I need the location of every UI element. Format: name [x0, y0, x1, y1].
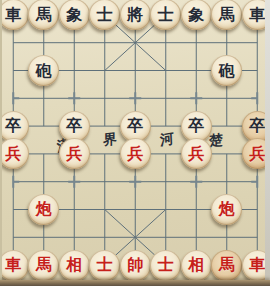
piece-red-chariot-a1[interactable]: 車 [0, 250, 29, 281]
piece-black-soldier-g6[interactable]: 卒 [181, 111, 212, 142]
piece-glyph: 馬 [219, 257, 235, 273]
piece-glyph: 卒 [127, 118, 143, 134]
piece-red-soldier-g5[interactable]: 兵 [181, 138, 212, 169]
board-edge-bottom [0, 280, 270, 286]
piece-glyph: 士 [158, 7, 174, 23]
piece-red-horse-h1[interactable]: 馬 [211, 250, 242, 281]
piece-red-soldier-c5[interactable]: 兵 [59, 138, 90, 169]
piece-glyph: 兵 [127, 146, 143, 162]
piece-glyph: 兵 [66, 146, 82, 162]
piece-glyph: 兵 [5, 146, 21, 162]
piece-glyph: 車 [5, 7, 21, 23]
piece-black-chariot-a10[interactable]: 車 [0, 0, 29, 30]
piece-black-general-e10[interactable]: 將 [120, 0, 151, 30]
piece-black-horse-h10[interactable]: 馬 [211, 0, 242, 30]
piece-black-cannon-h8[interactable]: 砲 [211, 55, 242, 86]
piece-red-elephant-c1[interactable]: 相 [59, 250, 90, 281]
piece-red-cannon-b3[interactable]: 炮 [28, 194, 59, 225]
piece-red-horse-b1[interactable]: 馬 [28, 250, 59, 281]
piece-black-advisor-f10[interactable]: 士 [150, 0, 181, 30]
piece-glyph: 馬 [219, 7, 235, 23]
piece-glyph: 象 [66, 7, 82, 23]
piece-red-cannon-h3[interactable]: 炮 [211, 194, 242, 225]
piece-glyph: 士 [158, 257, 174, 273]
piece-glyph: 馬 [36, 257, 52, 273]
piece-glyph: 車 [5, 257, 21, 273]
piece-black-horse-b10[interactable]: 馬 [28, 0, 59, 30]
piece-black-soldier-c6[interactable]: 卒 [59, 111, 90, 142]
piece-glyph: 相 [66, 257, 82, 273]
piece-black-elephant-c10[interactable]: 象 [59, 0, 90, 30]
piece-glyph: 卒 [5, 118, 21, 134]
xiangqi-board-photo: 漢界河楚 車馬象士將士象馬車砲砲卒卒卒卒卒兵兵兵兵兵炮炮車馬相士帥士相馬車 [0, 0, 270, 286]
board-edge-left [0, 0, 2, 286]
piece-black-cannon-b8[interactable]: 砲 [28, 55, 59, 86]
piece-glyph: 砲 [36, 63, 52, 79]
piece-black-advisor-d10[interactable]: 士 [89, 0, 120, 30]
piece-glyph: 士 [97, 257, 113, 273]
piece-glyph: 帥 [127, 257, 143, 273]
piece-glyph: 炮 [219, 201, 235, 217]
piece-glyph: 兵 [188, 146, 204, 162]
piece-glyph: 相 [188, 257, 204, 273]
piece-glyph: 卒 [249, 118, 265, 134]
piece-black-soldier-a6[interactable]: 卒 [0, 111, 29, 142]
piece-glyph: 砲 [219, 63, 235, 79]
piece-glyph: 象 [188, 7, 204, 23]
board-edge-right [265, 0, 270, 286]
piece-black-soldier-e6[interactable]: 卒 [120, 111, 151, 142]
piece-red-general-e1[interactable]: 帥 [120, 250, 151, 281]
piece-glyph: 炮 [36, 201, 52, 217]
piece-glyph: 兵 [249, 146, 265, 162]
piece-grid: 車馬象士將士象馬車砲砲卒卒卒卒卒兵兵兵兵兵炮炮車馬相士帥士相馬車 [0, 1, 270, 279]
piece-red-advisor-d1[interactable]: 士 [89, 250, 120, 281]
piece-glyph: 將 [127, 7, 143, 23]
piece-black-elephant-g10[interactable]: 象 [181, 0, 212, 30]
piece-glyph: 車 [249, 7, 265, 23]
piece-red-advisor-f1[interactable]: 士 [150, 250, 181, 281]
piece-glyph: 馬 [36, 7, 52, 23]
piece-glyph: 卒 [66, 118, 82, 134]
piece-red-soldier-e5[interactable]: 兵 [120, 138, 151, 169]
piece-glyph: 卒 [188, 118, 204, 134]
piece-glyph: 士 [97, 7, 113, 23]
piece-red-elephant-g1[interactable]: 相 [181, 250, 212, 281]
piece-glyph: 車 [249, 257, 265, 273]
piece-red-soldier-a5[interactable]: 兵 [0, 138, 29, 169]
